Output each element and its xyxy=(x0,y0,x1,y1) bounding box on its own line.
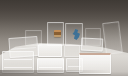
standing-case-amber xyxy=(47,22,64,46)
stepped-clear-piece-lower-left-edge-line xyxy=(4,59,32,60)
photograph-of-clear-plastic-cases xyxy=(0,0,128,76)
faint-flat-piece-center xyxy=(64,45,80,57)
bottom-shadow xyxy=(0,70,128,76)
clear-tray-middle-top xyxy=(38,44,62,57)
angled-clear-piece-right xyxy=(81,37,104,51)
tall-standing-case-right xyxy=(102,21,123,55)
amber-object xyxy=(54,30,61,37)
stepped-clear-piece-lower-left-edge-line xyxy=(4,67,32,68)
blue-figurine xyxy=(72,29,80,40)
clear-tray-middle-bottom-edge-line xyxy=(39,67,62,68)
curved-clear-piece-upper-left-edge-line xyxy=(11,47,36,50)
